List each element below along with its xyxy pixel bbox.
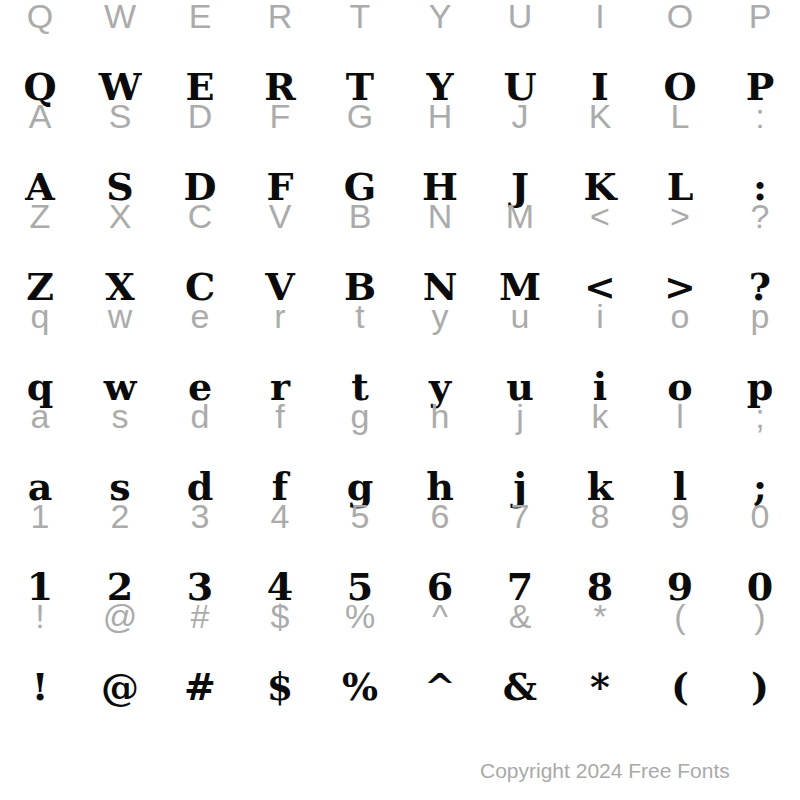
reference-glyph: 1 <box>0 496 80 536</box>
specimen-glyph: ( <box>640 663 720 711</box>
reference-glyph: U <box>480 0 560 36</box>
reference-glyph: S <box>80 96 160 136</box>
specimen-glyph: ^ <box>400 663 480 711</box>
reference-glyph: 0 <box>720 496 800 536</box>
specimen-glyph: ! <box>0 663 80 711</box>
reference-glyph: 8 <box>560 496 640 536</box>
reference-glyph: 4 <box>240 496 320 536</box>
reference-row-5: asdfghjkl; <box>0 396 800 436</box>
reference-glyph: < <box>560 196 640 236</box>
reference-glyph: ( <box>640 596 720 636</box>
reference-glyph: H <box>400 96 480 136</box>
reference-glyph: C <box>160 196 240 236</box>
specimen-glyph: $ <box>240 663 320 711</box>
reference-glyph: I <box>560 0 640 36</box>
specimen-glyph: & <box>480 663 560 711</box>
reference-glyph: D <box>160 96 240 136</box>
reference-glyph: Y <box>400 0 480 36</box>
reference-glyph: W <box>80 0 160 36</box>
reference-glyph: ! <box>0 596 80 636</box>
reference-glyph: t <box>320 296 400 336</box>
reference-glyph: @ <box>80 596 160 636</box>
reference-row-7: !@#$%^&*() <box>0 596 800 636</box>
specimen-glyph: # <box>160 663 240 711</box>
reference-glyph: E <box>160 0 240 36</box>
reference-glyph: h <box>400 396 480 436</box>
specimen-glyph: * <box>560 663 640 711</box>
reference-glyph: l <box>640 396 720 436</box>
reference-glyph: V <box>240 196 320 236</box>
reference-row-1: QWERTYUIOP <box>0 0 800 36</box>
reference-glyph: o <box>640 296 720 336</box>
specimen-glyph: ) <box>720 663 800 711</box>
reference-glyph: Q <box>0 0 80 36</box>
reference-glyph: f <box>240 396 320 436</box>
copyright-text: Copyright 2024 Free Fonts <box>480 758 730 784</box>
reference-glyph: 6 <box>400 496 480 536</box>
reference-glyph: y <box>400 296 480 336</box>
reference-glyph: 5 <box>320 496 400 536</box>
reference-glyph: K <box>560 96 640 136</box>
reference-glyph: B <box>320 196 400 236</box>
reference-glyph: A <box>0 96 80 136</box>
reference-row-6: 1234567890 <box>0 496 800 536</box>
reference-row-2: ASDFGHJKL: <box>0 96 800 136</box>
reference-glyph: d <box>160 396 240 436</box>
reference-glyph: ? <box>720 196 800 236</box>
reference-glyph: 2 <box>80 496 160 536</box>
reference-glyph: 7 <box>480 496 560 536</box>
specimen-glyph: @ <box>80 663 160 711</box>
reference-glyph: j <box>480 396 560 436</box>
reference-glyph: O <box>640 0 720 36</box>
reference-glyph: L <box>640 96 720 136</box>
reference-glyph: u <box>480 296 560 336</box>
reference-glyph: G <box>320 96 400 136</box>
reference-glyph: s <box>80 396 160 436</box>
reference-glyph: : <box>720 96 800 136</box>
reference-glyph: M <box>480 196 560 236</box>
reference-glyph: ; <box>720 396 800 436</box>
reference-glyph: i <box>560 296 640 336</box>
reference-row-3: ZXCVBNM<>? <box>0 196 800 236</box>
reference-glyph: * <box>560 596 640 636</box>
reference-glyph: & <box>480 596 560 636</box>
reference-glyph: J <box>480 96 560 136</box>
reference-glyph: ^ <box>400 596 480 636</box>
reference-glyph: k <box>560 396 640 436</box>
reference-glyph: q <box>0 296 80 336</box>
specimen-row-7: !@#$%^&*() <box>0 663 800 711</box>
reference-glyph: R <box>240 0 320 36</box>
reference-glyph: X <box>80 196 160 236</box>
reference-glyph: a <box>0 396 80 436</box>
reference-glyph: $ <box>240 596 320 636</box>
reference-glyph: ) <box>720 596 800 636</box>
reference-glyph: p <box>720 296 800 336</box>
reference-glyph: g <box>320 396 400 436</box>
reference-glyph: F <box>240 96 320 136</box>
reference-glyph: Z <box>0 196 80 236</box>
reference-row-4: qwertyuiop <box>0 296 800 336</box>
reference-glyph: 3 <box>160 496 240 536</box>
reference-glyph: % <box>320 596 400 636</box>
reference-glyph: r <box>240 296 320 336</box>
reference-glyph: e <box>160 296 240 336</box>
reference-glyph: # <box>160 596 240 636</box>
reference-glyph: T <box>320 0 400 36</box>
reference-glyph: > <box>640 196 720 236</box>
reference-glyph: P <box>720 0 800 36</box>
reference-glyph: N <box>400 196 480 236</box>
font-specimen-sheet: QWERTYUIOPQWERTYUIOPASDFGHJKL:ASDFGHJKL:… <box>0 0 800 800</box>
specimen-glyph: % <box>320 663 400 711</box>
reference-glyph: w <box>80 296 160 336</box>
reference-glyph: 9 <box>640 496 720 536</box>
